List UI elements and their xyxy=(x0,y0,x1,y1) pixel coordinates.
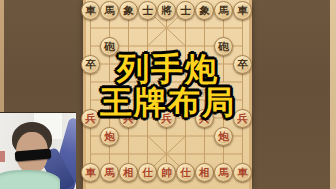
piece-red-相[interactable]: 相 xyxy=(119,163,138,182)
webcam-overlay xyxy=(0,112,76,189)
piece-black-士[interactable]: 士 xyxy=(176,1,195,20)
piece-black-象[interactable]: 象 xyxy=(195,1,214,20)
piece-black-將[interactable]: 將 xyxy=(157,1,176,20)
piece-red-仕[interactable]: 仕 xyxy=(138,163,157,182)
piece-red-車[interactable]: 車 xyxy=(81,163,100,182)
piece-red-馬[interactable]: 馬 xyxy=(100,163,119,182)
piece-red-車[interactable]: 車 xyxy=(233,163,252,182)
piece-red-相[interactable]: 相 xyxy=(195,163,214,182)
piece-black-士[interactable]: 士 xyxy=(138,1,157,20)
piece-black-馬[interactable]: 馬 xyxy=(214,1,233,20)
piece-red-馬[interactable]: 馬 xyxy=(214,163,233,182)
piece-black-車[interactable]: 車 xyxy=(233,1,252,20)
streamer-shirt xyxy=(0,170,60,189)
piece-red-仕[interactable]: 仕 xyxy=(176,163,195,182)
piece-red-炮[interactable]: 炮 xyxy=(100,127,119,146)
piece-black-車[interactable]: 車 xyxy=(81,1,100,20)
caption-overlay: 列手炮 王牌布局 xyxy=(0,53,336,119)
webcam-background-object xyxy=(0,151,5,162)
piece-red-帥[interactable]: 帥 xyxy=(157,163,176,182)
piece-black-象[interactable]: 象 xyxy=(119,1,138,20)
caption-line-1: 列手炮 xyxy=(0,53,336,86)
video-frame: 楚 河 漢 界 車馬象士將士象馬車砲砲卒卒卒卒卒兵兵兵兵兵炮炮車馬相仕帥仕相馬車… xyxy=(0,0,336,189)
piece-black-馬[interactable]: 馬 xyxy=(100,1,119,20)
caption-line-2: 王牌布局 xyxy=(0,86,336,119)
piece-red-炮[interactable]: 炮 xyxy=(214,127,233,146)
